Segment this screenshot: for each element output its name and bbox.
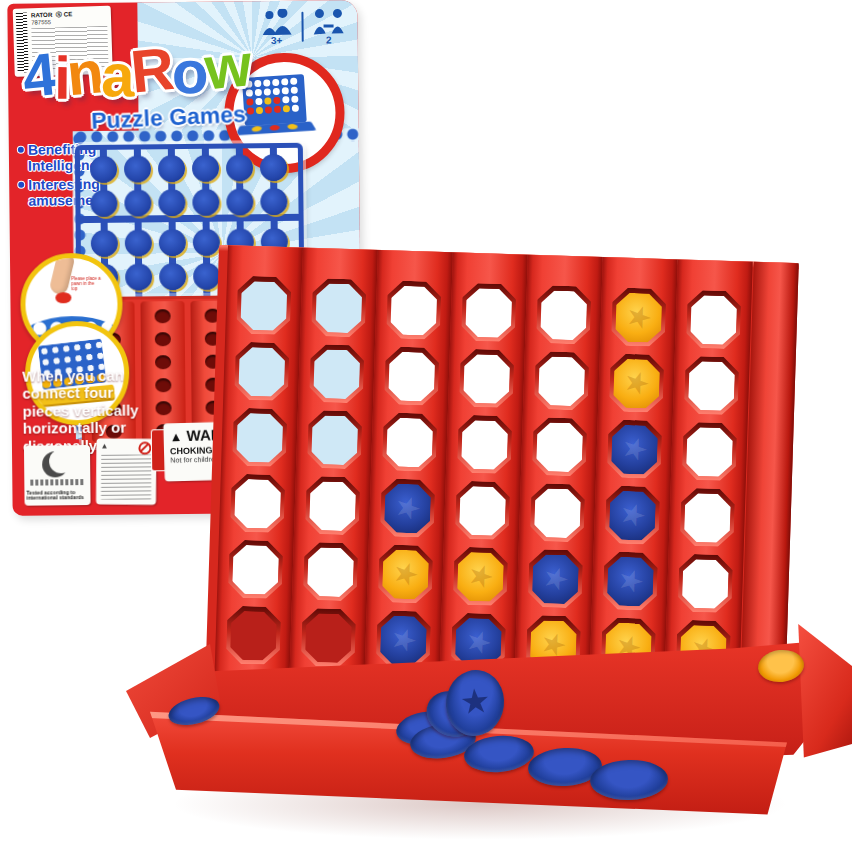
sprue-middle-bar: [81, 214, 299, 223]
empty-slot: [240, 281, 288, 331]
ce-mark: CE: [64, 11, 73, 18]
mini-board-dot: [283, 105, 290, 112]
empty-slot: [230, 611, 278, 661]
board-column-4: ★★: [439, 252, 528, 692]
cell-c2-r3: [307, 410, 363, 470]
board-column-7: ★: [664, 259, 753, 699]
tip-text: Please place a pawn in the top: [71, 276, 101, 291]
cell-c3-r1: [386, 280, 442, 340]
tested-text: Tested according to international standa…: [26, 489, 89, 501]
cell-c5-r5: ★: [527, 549, 583, 609]
crescent-logo: [42, 451, 68, 477]
title-letter: o: [171, 38, 205, 107]
sprue-blue-disc: [260, 188, 287, 215]
sprue-blue-disc: [192, 155, 219, 182]
piece-blue: ★: [379, 615, 427, 665]
cell-c2-r6: [300, 608, 356, 668]
empty-slot: [690, 295, 738, 345]
cell-c1-r1: [236, 276, 292, 336]
prohibition-icon: [138, 442, 151, 455]
piece-blue: ★: [608, 490, 656, 540]
piece-emboss-star: ★: [615, 496, 650, 533]
title-letter: n: [64, 37, 104, 109]
mini-board-dot: [282, 87, 289, 94]
empty-slot: [313, 349, 361, 399]
piece-blue: ★: [384, 483, 432, 533]
cell-c2-r2: [309, 344, 365, 404]
empty-slot: [238, 347, 286, 397]
cell-c4-r3: [456, 415, 512, 475]
empty-slot: [686, 427, 734, 477]
mini-board-dot: [290, 78, 297, 85]
mini-board-dot: [281, 78, 288, 85]
empty-slot: [232, 545, 280, 595]
cell-c6-r4: ★: [604, 485, 660, 545]
empty-slot: [388, 351, 436, 401]
sprue-blue-disc: [260, 154, 287, 181]
label-code: 787555: [31, 19, 51, 26]
sprue-blue-disc: [159, 263, 186, 290]
empty-slot: [309, 481, 357, 531]
piece-emboss-star: ★: [463, 557, 498, 594]
cell-c5-r4: [529, 483, 585, 543]
empty-slot: [311, 415, 359, 465]
age-label: 3+: [271, 36, 283, 46]
mini-base-chip: [270, 125, 280, 131]
empty-slot: [681, 559, 729, 609]
sprue-blue-disc: [193, 263, 220, 290]
piece-emboss-star: ★: [388, 555, 423, 592]
red-part-hole: [155, 332, 171, 346]
sprue-blue-disc: [124, 155, 151, 182]
tray-right-wing: [796, 612, 852, 762]
empty-slot: [538, 356, 586, 406]
piece-blue: ★: [606, 556, 654, 606]
empty-slot: [465, 288, 513, 338]
cell-c1-r5: [227, 539, 283, 599]
cell-c6-r1: ★: [611, 287, 667, 347]
empty-slot: [315, 283, 363, 333]
empty-slot: [307, 547, 355, 597]
cell-c3-r5: ★: [377, 544, 433, 604]
sprue-blue-disc: [91, 230, 118, 257]
fineprint-label: ▲: [96, 438, 156, 504]
mini-board-dot: [273, 97, 280, 104]
title-letter: R: [128, 34, 175, 107]
mini-board-dot: [291, 87, 298, 94]
board-column-3: ★★★: [364, 250, 453, 690]
empty-slot: [236, 413, 284, 463]
cell-c7-r3: [681, 422, 737, 482]
players-icon-group: 2: [311, 8, 345, 45]
icon-divider: [301, 12, 303, 42]
players-label: 2: [326, 35, 332, 45]
cell-c2-r5: [302, 542, 358, 602]
cell-c4-r5: ★: [452, 547, 508, 607]
mini-board-dot: [272, 79, 279, 86]
piece-emboss-star: ★: [619, 364, 654, 401]
cell-c6-r5: ★: [602, 551, 658, 611]
piece-emboss-star: ★: [390, 489, 425, 526]
chip-emboss-star: ★: [458, 680, 492, 723]
cell-c3-r6: ★: [375, 610, 431, 670]
empty-slot: [234, 479, 282, 529]
age-icon-group: 3+: [259, 9, 293, 46]
title-letter: a: [101, 41, 132, 110]
cell-c1-r4: [230, 473, 286, 533]
cell-c1-r2: [234, 342, 290, 402]
cell-c6-r3: ★: [606, 419, 662, 479]
product-photo: RATOR Ⓢ CE 787555 3+ 2: [0, 0, 852, 852]
cell-c5-r1: [536, 285, 592, 345]
piece-yellow: ★: [613, 358, 661, 408]
warning-triangle-icon: ▲: [100, 441, 108, 450]
cell-c7-r2: [683, 356, 739, 416]
red-disc-illustration: [55, 292, 71, 303]
sprue-blue-disc: [90, 156, 117, 183]
board-column-6: ★★★★★★: [589, 257, 678, 697]
sprue-blue-disc: [158, 189, 185, 216]
empty-slot: [688, 361, 736, 411]
piece-yellow: ★: [615, 292, 663, 342]
mini-board-dot: [274, 106, 281, 113]
cell-c2-r1: [311, 278, 367, 338]
board-column-1: [214, 245, 303, 685]
cell-c3-r2: [384, 346, 440, 406]
sprue-blue-disc: [90, 190, 117, 217]
cell-c6-r2: ★: [608, 353, 664, 413]
mini-board-dot: [264, 88, 271, 95]
mini-board-dot: [291, 96, 298, 103]
tested-label: Tested according to international standa…: [24, 445, 91, 506]
empty-slot: [540, 290, 588, 340]
cell-c5-r2: [534, 351, 590, 411]
sprue-blue-disc: [124, 189, 151, 216]
cell-c2-r4: [304, 476, 360, 536]
players-icon: [311, 8, 345, 34]
mini-board-dot: [263, 79, 270, 86]
mini-board-dot: [292, 105, 299, 112]
empty-slot: [390, 285, 438, 335]
cell-c4-r1: [461, 283, 517, 343]
connect-four-board: ★★★★★★★★★★★★★★: [205, 245, 798, 701]
mini-base-chip: [287, 124, 299, 130]
age-icon: [259, 9, 293, 35]
label-brand: RATOR: [31, 11, 53, 18]
mini-board-dot: [273, 88, 280, 95]
cell-c7-r1: [686, 290, 742, 350]
red-part-hole: [155, 309, 171, 323]
title-letter: 4: [20, 40, 57, 112]
title-letter: w: [202, 30, 252, 103]
piece-emboss-star: ★: [537, 559, 572, 596]
empty-slot: [683, 493, 731, 543]
cell-c7-r5: [677, 554, 733, 614]
piece-blue: ★: [611, 424, 659, 474]
cell-c1-r6: [225, 605, 281, 665]
empty-slot: [461, 420, 509, 470]
empty-slot: [463, 354, 511, 404]
sprue-blue-disc: [226, 154, 253, 181]
empty-slot: [534, 488, 582, 538]
piece-emboss-star: ★: [612, 562, 647, 599]
piece-yellow: ★: [456, 552, 504, 602]
piece-emboss-star: ★: [460, 623, 495, 660]
sprue-blue-disc: [159, 229, 186, 256]
cell-c7-r4: [679, 488, 735, 548]
cell-c4-r2: [459, 349, 515, 409]
cell-c4-r4: [454, 481, 510, 541]
sprue-blue-disc: [125, 263, 152, 290]
sprue-blue-disc: [226, 188, 253, 215]
arabic-text-line: [30, 479, 84, 486]
cell-c1-r3: [232, 408, 288, 468]
piece-emboss-star: ★: [621, 298, 656, 335]
sprue-blue-disc: [192, 189, 219, 216]
empty-slot: [386, 417, 434, 467]
mini-board-dot: [282, 96, 289, 103]
empty-slot: [536, 422, 584, 472]
warning-triangle-icon: ▲: [169, 429, 182, 444]
sprue-blue-disc: [193, 229, 220, 256]
empty-slot: [304, 613, 352, 663]
piece-blue: ★: [531, 554, 579, 604]
description-line: When you can: [22, 366, 174, 385]
cell-c3-r4: ★: [379, 478, 435, 538]
cell-c3-r3: [382, 412, 438, 472]
description-line: connect four: [22, 384, 174, 403]
sprue-blue-disc: [125, 229, 152, 256]
board-column-5: ★★: [514, 255, 603, 695]
piece-emboss-star: ★: [385, 621, 420, 658]
fine-print-lines: [101, 454, 151, 499]
board-column-2: [289, 248, 378, 688]
empty-slot: [459, 486, 507, 536]
cell-c5-r3: [531, 417, 587, 477]
description-line: pieces vertically: [23, 401, 175, 420]
piece-emboss-star: ★: [617, 430, 652, 467]
age-players-icons: 3+ 2: [259, 8, 345, 46]
piece-yellow: ★: [382, 549, 430, 599]
sprue-blue-disc: [158, 155, 185, 182]
